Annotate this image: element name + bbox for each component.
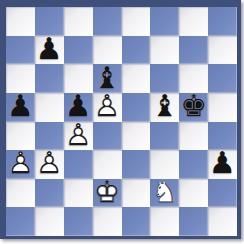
white-pawn: ♟	[35, 149, 64, 178]
white-knight-outline: ♘	[150, 178, 179, 207]
square-f3[interactable]	[150, 150, 179, 179]
square-g7[interactable]	[179, 36, 208, 65]
square-c6[interactable]	[64, 64, 93, 93]
square-f7[interactable]	[150, 36, 179, 65]
square-h5[interactable]	[208, 93, 237, 122]
square-d4[interactable]	[93, 122, 122, 151]
square-d1[interactable]	[93, 207, 122, 236]
black-bishop: ♝	[150, 92, 179, 121]
square-c7[interactable]	[64, 36, 93, 65]
square-f4[interactable]	[150, 122, 179, 151]
square-c2[interactable]	[64, 179, 93, 208]
white-pawn: ♟	[6, 149, 35, 178]
square-b2[interactable]	[35, 179, 64, 208]
white-pawn-outline: ♙	[35, 149, 64, 178]
square-c1[interactable]	[64, 207, 93, 236]
square-h6[interactable]	[208, 64, 237, 93]
square-g8[interactable]	[179, 7, 208, 36]
square-h4[interactable]	[208, 122, 237, 151]
black-pawn: ♟	[208, 149, 237, 178]
black-king: ♚	[179, 92, 208, 121]
square-b6[interactable]	[35, 64, 64, 93]
square-d3[interactable]	[93, 150, 122, 179]
square-c8[interactable]	[64, 7, 93, 36]
square-e4[interactable]	[122, 122, 151, 151]
white-king-outline: ♔	[93, 178, 122, 207]
square-g2[interactable]	[179, 179, 208, 208]
square-e8[interactable]	[122, 7, 151, 36]
square-a3[interactable]: ♟♙	[6, 150, 35, 179]
white-pawn: ♟	[93, 92, 122, 121]
square-b5[interactable]	[35, 93, 64, 122]
square-d7[interactable]	[93, 36, 122, 65]
square-g4[interactable]	[179, 122, 208, 151]
square-b8[interactable]	[35, 7, 64, 36]
square-b7[interactable]: ♟	[35, 36, 64, 65]
black-pawn: ♟	[35, 35, 64, 64]
square-f2[interactable]: ♞♘	[150, 179, 179, 208]
square-a7[interactable]	[6, 36, 35, 65]
square-c5[interactable]: ♟	[64, 93, 93, 122]
square-e3[interactable]	[122, 150, 151, 179]
square-e2[interactable]	[122, 179, 151, 208]
square-f1[interactable]	[150, 207, 179, 236]
square-a4[interactable]	[6, 122, 35, 151]
square-c4[interactable]: ♟♙	[64, 122, 93, 151]
black-pawn: ♟	[6, 92, 35, 121]
square-f6[interactable]	[150, 64, 179, 93]
black-bishop: ♝	[93, 63, 122, 92]
square-e5[interactable]	[122, 93, 151, 122]
square-c3[interactable]	[64, 150, 93, 179]
chess-board: ♟♝♟♟♟♙♝♚♟♙♟♙♟♙♟♚♔♞♘	[6, 7, 237, 236]
square-e1[interactable]	[122, 207, 151, 236]
square-d6[interactable]: ♝	[93, 64, 122, 93]
square-g1[interactable]	[179, 207, 208, 236]
white-pawn: ♟	[64, 121, 93, 150]
square-d2[interactable]: ♚♔	[93, 179, 122, 208]
white-pawn-outline: ♙	[93, 92, 122, 121]
square-b3[interactable]: ♟♙	[35, 150, 64, 179]
white-king: ♚	[93, 178, 122, 207]
white-knight: ♞	[150, 178, 179, 207]
square-e7[interactable]	[122, 36, 151, 65]
square-g5[interactable]: ♚	[179, 93, 208, 122]
square-b4[interactable]	[35, 122, 64, 151]
square-h2[interactable]	[208, 179, 237, 208]
square-h1[interactable]	[208, 207, 237, 236]
square-h3[interactable]: ♟	[208, 150, 237, 179]
square-f5[interactable]: ♝	[150, 93, 179, 122]
square-d8[interactable]	[93, 7, 122, 36]
square-d5[interactable]: ♟♙	[93, 93, 122, 122]
square-a6[interactable]	[6, 64, 35, 93]
square-a2[interactable]	[6, 179, 35, 208]
square-h7[interactable]	[208, 36, 237, 65]
white-pawn-outline: ♙	[64, 121, 93, 150]
black-pawn: ♟	[64, 92, 93, 121]
white-pawn-outline: ♙	[6, 149, 35, 178]
square-a1[interactable]	[6, 207, 35, 236]
square-b1[interactable]	[35, 207, 64, 236]
square-g3[interactable]	[179, 150, 208, 179]
square-e6[interactable]	[122, 64, 151, 93]
square-g6[interactable]	[179, 64, 208, 93]
square-h8[interactable]	[208, 7, 237, 36]
chess-board-frame: ♟♝♟♟♟♙♝♚♟♙♟♙♟♙♟♚♔♞♘	[0, 0, 241, 239]
square-a8[interactable]	[6, 7, 35, 36]
square-a5[interactable]: ♟	[6, 93, 35, 122]
square-f8[interactable]	[150, 7, 179, 36]
